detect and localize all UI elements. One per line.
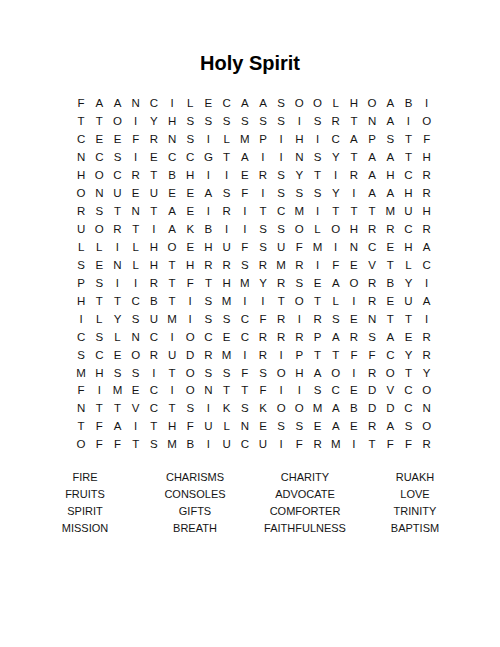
grid-cell[interactable]: H [145,238,163,256]
grid-cell[interactable]: E [181,202,199,220]
grid-cell[interactable]: S [72,346,90,364]
grid-cell[interactable]: S [127,364,145,382]
grid-cell[interactable]: M [236,274,254,292]
grid-cell[interactable]: C [363,238,381,256]
grid-cell[interactable]: D [363,382,381,400]
grid-cell[interactable]: N [72,148,90,166]
grid-cell[interactable]: R [272,328,290,346]
grid-cell[interactable]: S [308,382,326,400]
grid-cell[interactable]: S [199,112,217,130]
grid-cell[interactable]: T [363,202,381,220]
grid-cell[interactable]: L [90,310,108,328]
grid-cell[interactable]: E [345,417,363,435]
grid-cell[interactable]: E [345,310,363,328]
grid-cell[interactable]: H [90,364,108,382]
grid-cell[interactable]: F [236,364,254,382]
grid-cell[interactable]: L [90,238,108,256]
grid-cell[interactable]: E [399,328,417,346]
grid-cell[interactable]: S [254,364,272,382]
grid-cell[interactable]: O [181,364,199,382]
grid-cell[interactable]: I [236,346,254,364]
grid-cell[interactable]: I [145,364,163,382]
grid-cell[interactable]: F [363,346,381,364]
grid-cell[interactable]: T [127,435,145,453]
grid-cell[interactable]: E [181,184,199,202]
grid-cell[interactable]: S [90,274,108,292]
grid-cell[interactable]: T [399,364,417,382]
grid-cell[interactable]: S [399,417,417,435]
grid-cell[interactable]: N [163,130,181,148]
grid-cell[interactable]: F [90,417,108,435]
grid-cell[interactable]: C [108,166,126,184]
grid-cell[interactable]: F [72,382,90,400]
grid-cell[interactable]: A [327,274,345,292]
grid-cell[interactable]: L [327,95,345,113]
grid-cell[interactable]: T [72,112,90,130]
grid-cell[interactable]: R [418,220,436,238]
grid-cell[interactable]: E [145,148,163,166]
grid-cell[interactable]: B [399,95,417,113]
grid-cell[interactable]: H [399,238,417,256]
grid-cell[interactable]: R [308,435,326,453]
grid-cell[interactable]: I [163,328,181,346]
grid-cell[interactable]: O [272,364,290,382]
grid-cell[interactable]: N [127,202,145,220]
grid-cell[interactable]: I [272,148,290,166]
grid-cell[interactable]: T [399,130,417,148]
grid-cell[interactable]: I [254,292,272,310]
grid-cell[interactable]: R [418,328,436,346]
grid-cell[interactable]: I [418,95,436,113]
grid-cell[interactable]: N [290,148,308,166]
grid-cell[interactable]: F [127,130,145,148]
grid-cell[interactable]: R [290,328,308,346]
grid-cell[interactable]: B [181,435,199,453]
grid-cell[interactable]: M [163,310,181,328]
grid-cell[interactable]: T [381,256,399,274]
grid-cell[interactable]: R [199,346,217,364]
grid-cell[interactable]: C [72,328,90,346]
grid-cell[interactable]: H [199,238,217,256]
grid-cell[interactable]: S [199,292,217,310]
grid-cell[interactable]: H [418,148,436,166]
grid-cell[interactable]: R [218,256,236,274]
grid-cell[interactable]: A [381,328,399,346]
grid-cell[interactable]: A [108,417,126,435]
grid-cell[interactable]: S [327,310,345,328]
grid-cell[interactable]: O [181,382,199,400]
grid-cell[interactable]: N [418,399,436,417]
grid-cell[interactable]: H [290,364,308,382]
grid-cell[interactable]: R [290,256,308,274]
grid-cell[interactable]: A [308,364,326,382]
grid-cell[interactable]: H [418,202,436,220]
grid-cell[interactable]: N [90,184,108,202]
grid-cell[interactable]: T [399,310,417,328]
grid-cell[interactable]: O [363,95,381,113]
grid-cell[interactable]: S [272,220,290,238]
grid-cell[interactable]: M [218,292,236,310]
grid-cell[interactable]: Y [399,274,417,292]
grid-cell[interactable]: L [218,130,236,148]
grid-cell[interactable]: N [363,112,381,130]
grid-cell[interactable]: R [363,364,381,382]
grid-cell[interactable]: R [254,346,272,364]
grid-cell[interactable]: T [163,274,181,292]
grid-cell[interactable]: H [381,166,399,184]
grid-cell[interactable]: I [127,417,145,435]
grid-cell[interactable]: C [327,382,345,400]
grid-cell[interactable]: R [418,184,436,202]
grid-cell[interactable]: T [272,292,290,310]
grid-cell[interactable]: M [163,435,181,453]
grid-cell[interactable]: R [272,310,290,328]
grid-cell[interactable]: F [108,435,126,453]
grid-cell[interactable]: E [381,238,399,256]
grid-cell[interactable]: A [236,95,254,113]
grid-cell[interactable]: A [381,184,399,202]
grid-cell[interactable]: T [199,274,217,292]
grid-cell[interactable]: S [272,417,290,435]
grid-cell[interactable]: I [418,274,436,292]
grid-cell[interactable]: I [199,399,217,417]
grid-cell[interactable]: E [236,166,254,184]
grid-cell[interactable]: Y [254,274,272,292]
grid-cell[interactable]: U [199,417,217,435]
grid-cell[interactable]: U [163,346,181,364]
grid-cell[interactable]: I [308,130,326,148]
grid-cell[interactable]: L [327,292,345,310]
grid-cell[interactable]: C [72,130,90,148]
grid-cell[interactable]: M [308,399,326,417]
grid-cell[interactable]: R [218,202,236,220]
grid-cell[interactable]: L [399,256,417,274]
grid-cell[interactable]: N [363,310,381,328]
grid-cell[interactable]: O [308,95,326,113]
grid-cell[interactable]: I [308,202,326,220]
grid-cell[interactable]: I [254,184,272,202]
grid-cell[interactable]: E [90,130,108,148]
grid-cell[interactable]: T [90,399,108,417]
grid-cell[interactable]: C [399,166,417,184]
grid-cell[interactable]: A [363,166,381,184]
grid-cell[interactable]: C [236,435,254,453]
grid-cell[interactable]: C [163,148,181,166]
grid-cell[interactable]: T [163,292,181,310]
grid-cell[interactable]: C [90,148,108,166]
grid-cell[interactable]: I [181,292,199,310]
grid-cell[interactable]: E [127,382,145,400]
grid-cell[interactable]: S [181,130,199,148]
grid-cell[interactable]: N [72,399,90,417]
grid-cell[interactable]: U [272,238,290,256]
grid-cell[interactable]: E [345,256,363,274]
grid-cell[interactable]: C [145,382,163,400]
grid-cell[interactable]: T [163,399,181,417]
grid-cell[interactable]: E [163,184,181,202]
grid-cell[interactable]: S [218,112,236,130]
grid-cell[interactable]: Y [108,310,126,328]
grid-cell[interactable]: P [308,328,326,346]
grid-cell[interactable]: I [345,184,363,202]
grid-cell[interactable]: O [290,399,308,417]
grid-cell[interactable]: T [108,399,126,417]
grid-cell[interactable]: S [218,364,236,382]
grid-cell[interactable]: U [72,220,90,238]
grid-cell[interactable]: C [145,95,163,113]
grid-cell[interactable]: T [127,220,145,238]
grid-cell[interactable]: C [218,95,236,113]
grid-cell[interactable]: L [127,238,145,256]
grid-cell[interactable]: I [127,274,145,292]
grid-cell[interactable]: S [272,184,290,202]
grid-cell[interactable]: O [181,328,199,346]
grid-cell[interactable]: S [290,184,308,202]
grid-cell[interactable]: A [327,417,345,435]
grid-cell[interactable]: R [272,274,290,292]
grid-cell[interactable]: S [145,435,163,453]
grid-cell[interactable]: I [199,202,217,220]
grid-cell[interactable]: I [145,220,163,238]
grid-cell[interactable]: F [181,417,199,435]
grid-cell[interactable]: I [308,256,326,274]
grid-cell[interactable]: P [363,130,381,148]
grid-cell[interactable]: O [90,166,108,184]
grid-cell[interactable]: S [218,310,236,328]
grid-cell[interactable]: I [199,130,217,148]
grid-cell[interactable]: Y [399,346,417,364]
grid-cell[interactable]: R [327,112,345,130]
grid-cell[interactable]: R [72,202,90,220]
grid-cell[interactable]: I [127,148,145,166]
grid-cell[interactable]: R [254,166,272,184]
grid-cell[interactable]: Y [418,364,436,382]
grid-cell[interactable]: O [72,435,90,453]
grid-cell[interactable]: R [345,166,363,184]
grid-cell[interactable]: I [163,95,181,113]
grid-cell[interactable]: N [108,256,126,274]
grid-cell[interactable]: U [108,184,126,202]
grid-cell[interactable]: R [108,220,126,238]
grid-cell[interactable]: F [236,184,254,202]
grid-cell[interactable]: R [418,166,436,184]
grid-cell[interactable]: A [327,328,345,346]
grid-cell[interactable]: M [218,346,236,364]
grid-cell[interactable]: F [381,435,399,453]
grid-cell[interactable]: F [327,256,345,274]
grid-cell[interactable]: M [290,202,308,220]
grid-cell[interactable]: T [145,202,163,220]
grid-cell[interactable]: S [290,274,308,292]
grid-cell[interactable]: M [108,382,126,400]
grid-cell[interactable]: O [381,364,399,382]
grid-cell[interactable]: I [290,310,308,328]
grid-cell[interactable]: E [108,346,126,364]
grid-cell[interactable]: I [218,220,236,238]
grid-cell[interactable]: I [199,166,217,184]
grid-cell[interactable]: R [308,310,326,328]
grid-cell[interactable]: O [290,292,308,310]
grid-cell[interactable]: S [90,202,108,220]
grid-cell[interactable]: B [345,399,363,417]
grid-cell[interactable]: F [290,238,308,256]
grid-cell[interactable]: I [236,292,254,310]
grid-cell[interactable]: I [236,220,254,238]
grid-cell[interactable]: S [254,220,272,238]
grid-cell[interactable]: R [363,417,381,435]
grid-cell[interactable]: C [418,256,436,274]
grid-cell[interactable]: I [290,112,308,130]
grid-cell[interactable]: M [272,256,290,274]
grid-cell[interactable]: A [381,148,399,166]
grid-cell[interactable]: I [90,382,108,400]
grid-cell[interactable]: K [181,220,199,238]
grid-cell[interactable]: N [345,238,363,256]
grid-cell[interactable]: C [399,399,417,417]
grid-cell[interactable]: B [199,220,217,238]
grid-cell[interactable]: O [327,220,345,238]
grid-cell[interactable]: F [345,346,363,364]
grid-cell[interactable]: S [272,95,290,113]
grid-cell[interactable]: E [254,417,272,435]
grid-cell[interactable]: R [254,256,272,274]
grid-cell[interactable]: C [181,148,199,166]
grid-cell[interactable]: A [163,220,181,238]
grid-cell[interactable]: T [145,417,163,435]
grid-cell[interactable]: I [199,435,217,453]
grid-cell[interactable]: C [90,346,108,364]
grid-cell[interactable]: C [145,328,163,346]
grid-cell[interactable]: U [145,310,163,328]
grid-cell[interactable]: T [218,148,236,166]
grid-cell[interactable]: F [254,382,272,400]
grid-cell[interactable]: I [272,435,290,453]
grid-cell[interactable]: R [381,220,399,238]
grid-cell[interactable]: O [90,220,108,238]
grid-cell[interactable]: O [418,382,436,400]
grid-cell[interactable]: T [145,166,163,184]
grid-cell[interactable]: S [290,417,308,435]
grid-cell[interactable]: R [363,274,381,292]
grid-cell[interactable]: T [345,148,363,166]
grid-cell[interactable]: A [363,148,381,166]
grid-cell[interactable]: H [72,166,90,184]
grid-cell[interactable]: E [108,130,126,148]
grid-cell[interactable]: S [381,130,399,148]
grid-cell[interactable]: I [272,346,290,364]
grid-cell[interactable]: T [236,382,254,400]
grid-cell[interactable]: S [236,256,254,274]
grid-cell[interactable]: N [127,328,145,346]
grid-cell[interactable]: A [108,95,126,113]
grid-cell[interactable]: S [254,112,272,130]
grid-cell[interactable]: R [418,435,436,453]
grid-cell[interactable]: U [218,238,236,256]
grid-cell[interactable]: V [381,382,399,400]
grid-cell[interactable]: R [145,346,163,364]
grid-cell[interactable]: R [145,130,163,148]
grid-cell[interactable]: I [163,382,181,400]
grid-cell[interactable]: H [163,112,181,130]
grid-cell[interactable]: T [163,256,181,274]
grid-cell[interactable]: L [308,220,326,238]
grid-cell[interactable]: A [381,417,399,435]
grid-cell[interactable]: U [218,435,236,453]
grid-cell[interactable]: U [254,435,272,453]
grid-cell[interactable]: H [399,184,417,202]
grid-cell[interactable]: T [254,202,272,220]
grid-cell[interactable]: H [72,292,90,310]
grid-cell[interactable]: S [199,364,217,382]
grid-cell[interactable]: D [181,346,199,364]
grid-cell[interactable]: I [345,292,363,310]
grid-cell[interactable]: T [345,112,363,130]
grid-cell[interactable]: H [218,274,236,292]
grid-cell[interactable]: Y [327,184,345,202]
grid-cell[interactable]: S [90,328,108,346]
grid-cell[interactable]: R [127,166,145,184]
grid-cell[interactable]: I [327,238,345,256]
grid-cell[interactable]: P [290,346,308,364]
grid-cell[interactable]: M [308,238,326,256]
grid-cell[interactable]: C [399,220,417,238]
grid-cell[interactable]: F [90,435,108,453]
grid-cell[interactable]: U [145,184,163,202]
grid-cell[interactable]: S [72,256,90,274]
grid-cell[interactable]: I [127,112,145,130]
grid-cell[interactable]: Y [145,112,163,130]
grid-cell[interactable]: T [72,417,90,435]
grid-cell[interactable]: S [108,148,126,166]
grid-cell[interactable]: F [72,95,90,113]
grid-cell[interactable]: E [381,292,399,310]
grid-cell[interactable]: S [308,112,326,130]
grid-cell[interactable]: T [108,202,126,220]
grid-cell[interactable]: O [163,238,181,256]
grid-cell[interactable]: Y [327,148,345,166]
grid-cell[interactable]: S [272,112,290,130]
grid-cell[interactable]: S [181,399,199,417]
grid-cell[interactable]: V [363,256,381,274]
grid-cell[interactable]: M [72,364,90,382]
grid-cell[interactable]: I [290,382,308,400]
grid-cell[interactable]: N [199,382,217,400]
grid-cell[interactable]: A [418,292,436,310]
grid-cell[interactable]: F [399,435,417,453]
grid-cell[interactable]: O [418,112,436,130]
grid-cell[interactable]: H [181,166,199,184]
grid-cell[interactable]: I [236,202,254,220]
grid-cell[interactable]: I [345,364,363,382]
grid-cell[interactable]: C [236,328,254,346]
grid-cell[interactable]: H [145,256,163,274]
grid-cell[interactable]: S [218,184,236,202]
grid-cell[interactable]: O [290,220,308,238]
grid-cell[interactable]: M [381,202,399,220]
grid-cell[interactable]: T [90,112,108,130]
grid-cell[interactable]: I [108,238,126,256]
grid-cell[interactable]: V [127,399,145,417]
grid-cell[interactable]: O [272,399,290,417]
grid-cell[interactable]: S [181,112,199,130]
grid-cell[interactable]: A [163,202,181,220]
grid-cell[interactable]: S [127,310,145,328]
grid-cell[interactable]: D [363,399,381,417]
grid-cell[interactable]: A [199,184,217,202]
grid-cell[interactable]: R [345,328,363,346]
grid-cell[interactable]: C [236,310,254,328]
grid-cell[interactable]: A [90,95,108,113]
